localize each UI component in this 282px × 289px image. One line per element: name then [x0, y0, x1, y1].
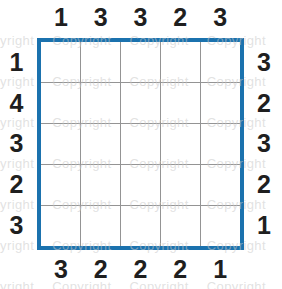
- clue-right-3: 3: [248, 124, 280, 165]
- cell-r3c1[interactable]: [41, 124, 80, 164]
- cell-r1c3[interactable]: [121, 42, 160, 82]
- clue-bottom-4: 2: [160, 252, 200, 287]
- cell-r2c3[interactable]: [121, 83, 160, 123]
- clue-top-1: 1: [41, 0, 81, 34]
- cell-r4c5[interactable]: [201, 165, 240, 205]
- clue-left-2: 4: [1, 83, 32, 124]
- clue-right-4: 2: [248, 164, 280, 205]
- cell-r2c1[interactable]: [41, 83, 80, 123]
- cell-r2c5[interactable]: [201, 83, 240, 123]
- clues-left: 1 4 3 2 3: [1, 42, 32, 246]
- clue-top-3: 3: [121, 0, 161, 34]
- clue-left-1: 1: [1, 42, 32, 83]
- cell-r3c5[interactable]: [201, 124, 240, 164]
- clue-left-5: 3: [1, 205, 32, 246]
- cell-r4c3[interactable]: [121, 165, 160, 205]
- clue-bottom-2: 2: [81, 252, 121, 287]
- cell-r5c2[interactable]: [81, 206, 120, 246]
- clue-right-2: 2: [248, 83, 280, 124]
- clue-right-5: 1: [248, 205, 280, 246]
- cell-r5c5[interactable]: [201, 206, 240, 246]
- puzzle-board: [37, 38, 244, 250]
- cell-r1c5[interactable]: [201, 42, 240, 82]
- cell-r5c4[interactable]: [161, 206, 200, 246]
- cell-r2c2[interactable]: [81, 83, 120, 123]
- cell-r5c1[interactable]: [41, 206, 80, 246]
- cell-r1c2[interactable]: [81, 42, 120, 82]
- cell-r3c2[interactable]: [81, 124, 120, 164]
- clue-bottom-5: 1: [200, 252, 240, 287]
- clues-bottom: 3 2 2 2 1: [41, 252, 240, 287]
- clue-top-4: 2: [160, 0, 200, 34]
- cell-r1c4[interactable]: [161, 42, 200, 82]
- cell-r1c1[interactable]: [41, 42, 80, 82]
- skyscrapers-puzzle: 1 3 3 2 3 1 4 3 2 3 3 2 3 2 1 3 2 2 2 1 …: [0, 0, 282, 289]
- clues-top: 1 3 3 2 3: [41, 0, 240, 34]
- clues-right: 3 2 3 2 1: [248, 42, 280, 246]
- clue-bottom-3: 2: [121, 252, 161, 287]
- clue-left-3: 3: [1, 124, 32, 165]
- cell-r4c1[interactable]: [41, 165, 80, 205]
- clue-top-2: 3: [81, 0, 121, 34]
- clue-bottom-1: 3: [41, 252, 81, 287]
- cell-r5c3[interactable]: [121, 206, 160, 246]
- clue-top-5: 3: [200, 0, 240, 34]
- cell-r4c2[interactable]: [81, 165, 120, 205]
- clue-right-1: 3: [248, 42, 280, 83]
- cell-r4c4[interactable]: [161, 165, 200, 205]
- cell-r2c4[interactable]: [161, 83, 200, 123]
- cell-r3c3[interactable]: [121, 124, 160, 164]
- clue-left-4: 2: [1, 164, 32, 205]
- cell-r3c4[interactable]: [161, 124, 200, 164]
